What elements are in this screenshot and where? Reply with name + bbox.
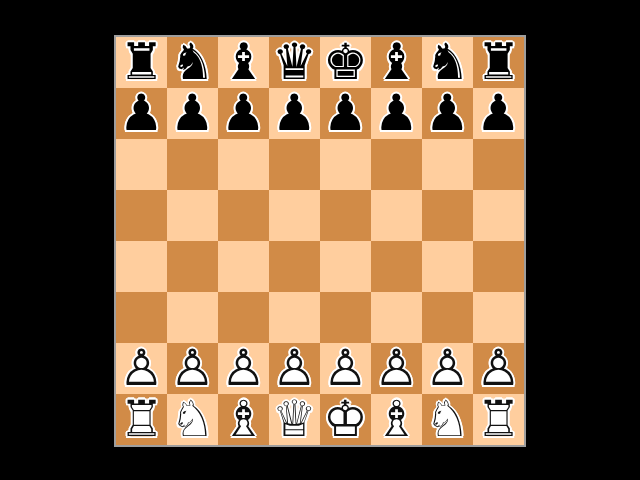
square-c6[interactable] — [218, 139, 269, 190]
square-f5[interactable] — [371, 190, 422, 241]
square-c3[interactable] — [218, 292, 269, 343]
square-g1[interactable]: ♞♘ — [422, 394, 473, 445]
black-knight[interactable]: ♞ — [167, 37, 218, 88]
square-f4[interactable] — [371, 241, 422, 292]
square-g4[interactable] — [422, 241, 473, 292]
white-rook-outline: ♖ — [116, 394, 167, 445]
white-king[interactable]: ♚♔ — [320, 394, 371, 445]
square-e5[interactable] — [320, 190, 371, 241]
white-pawn-outline: ♙ — [371, 343, 422, 394]
black-pawn-glyph: ♟ — [269, 88, 320, 139]
black-pawn-glyph: ♟ — [422, 88, 473, 139]
square-c2[interactable]: ♟♙ — [218, 343, 269, 394]
white-rook-outline: ♖ — [473, 394, 524, 445]
square-c7[interactable]: ♟ — [218, 88, 269, 139]
chess-board: ♜♞♝♛♚♝♞♜♟♟♟♟♟♟♟♟♟♙♟♙♟♙♟♙♟♙♟♙♟♙♟♙♜♖♞♘♝♗♛♕… — [114, 35, 526, 447]
black-pawn-glyph: ♟ — [371, 88, 422, 139]
white-pawn-outline: ♙ — [422, 343, 473, 394]
white-queen[interactable]: ♛♕ — [269, 394, 320, 445]
square-g2[interactable]: ♟♙ — [422, 343, 473, 394]
white-pawn[interactable]: ♟♙ — [167, 343, 218, 394]
black-bishop-glyph: ♝ — [371, 37, 422, 88]
black-pawn[interactable]: ♟ — [167, 88, 218, 139]
square-d3[interactable] — [269, 292, 320, 343]
square-c1[interactable]: ♝♗ — [218, 394, 269, 445]
square-f7[interactable]: ♟ — [371, 88, 422, 139]
black-knight[interactable]: ♞ — [422, 37, 473, 88]
square-a1[interactable]: ♜♖ — [116, 394, 167, 445]
square-b6[interactable] — [167, 139, 218, 190]
square-e8[interactable]: ♚ — [320, 37, 371, 88]
square-e7[interactable]: ♟ — [320, 88, 371, 139]
white-bishop-outline: ♗ — [371, 394, 422, 445]
black-rook-glyph: ♜ — [116, 37, 167, 88]
white-knight[interactable]: ♞♘ — [422, 394, 473, 445]
square-b8[interactable]: ♞ — [167, 37, 218, 88]
black-pawn[interactable]: ♟ — [269, 88, 320, 139]
square-h4[interactable] — [473, 241, 524, 292]
black-knight-glyph: ♞ — [167, 37, 218, 88]
square-d7[interactable]: ♟ — [269, 88, 320, 139]
white-pawn[interactable]: ♟♙ — [218, 343, 269, 394]
square-f6[interactable] — [371, 139, 422, 190]
white-king-outline: ♔ — [320, 394, 371, 445]
black-queen[interactable]: ♛ — [269, 37, 320, 88]
square-a5[interactable] — [116, 190, 167, 241]
square-g7[interactable]: ♟ — [422, 88, 473, 139]
square-h1[interactable]: ♜♖ — [473, 394, 524, 445]
square-f2[interactable]: ♟♙ — [371, 343, 422, 394]
black-knight-glyph: ♞ — [422, 37, 473, 88]
square-c4[interactable] — [218, 241, 269, 292]
app-background: ♜♞♝♛♚♝♞♜♟♟♟♟♟♟♟♟♟♙♟♙♟♙♟♙♟♙♟♙♟♙♟♙♜♖♞♘♝♗♛♕… — [0, 0, 640, 480]
square-b1[interactable]: ♞♘ — [167, 394, 218, 445]
square-e4[interactable] — [320, 241, 371, 292]
black-pawn-glyph: ♟ — [167, 88, 218, 139]
square-e6[interactable] — [320, 139, 371, 190]
white-pawn-outline: ♙ — [473, 343, 524, 394]
black-rook[interactable]: ♜ — [116, 37, 167, 88]
square-a4[interactable] — [116, 241, 167, 292]
white-pawn[interactable]: ♟♙ — [116, 343, 167, 394]
square-g6[interactable] — [422, 139, 473, 190]
black-bishop[interactable]: ♝ — [371, 37, 422, 88]
square-g3[interactable] — [422, 292, 473, 343]
black-pawn-glyph: ♟ — [473, 88, 524, 139]
square-a2[interactable]: ♟♙ — [116, 343, 167, 394]
black-bishop[interactable]: ♝ — [218, 37, 269, 88]
square-g5[interactable] — [422, 190, 473, 241]
white-pawn-outline: ♙ — [116, 343, 167, 394]
black-pawn[interactable]: ♟ — [218, 88, 269, 139]
black-pawn[interactable]: ♟ — [116, 88, 167, 139]
black-pawn-glyph: ♟ — [116, 88, 167, 139]
square-d2[interactable]: ♟♙ — [269, 343, 320, 394]
white-rook[interactable]: ♜♖ — [473, 394, 524, 445]
square-b7[interactable]: ♟ — [167, 88, 218, 139]
black-king-glyph: ♚ — [320, 37, 371, 88]
black-king[interactable]: ♚ — [320, 37, 371, 88]
black-rook-glyph: ♜ — [473, 37, 524, 88]
white-pawn[interactable]: ♟♙ — [269, 343, 320, 394]
square-e2[interactable]: ♟♙ — [320, 343, 371, 394]
square-h8[interactable]: ♜ — [473, 37, 524, 88]
square-b3[interactable] — [167, 292, 218, 343]
black-queen-glyph: ♛ — [269, 37, 320, 88]
square-h6[interactable] — [473, 139, 524, 190]
square-d1[interactable]: ♛♕ — [269, 394, 320, 445]
square-f3[interactable] — [371, 292, 422, 343]
square-b5[interactable] — [167, 190, 218, 241]
square-d8[interactable]: ♛ — [269, 37, 320, 88]
white-pawn[interactable]: ♟♙ — [371, 343, 422, 394]
square-a3[interactable] — [116, 292, 167, 343]
white-bishop[interactable]: ♝♗ — [371, 394, 422, 445]
black-pawn[interactable]: ♟ — [422, 88, 473, 139]
square-h3[interactable] — [473, 292, 524, 343]
black-pawn[interactable]: ♟ — [473, 88, 524, 139]
white-pawn-outline: ♙ — [167, 343, 218, 394]
white-pawn-outline: ♙ — [269, 343, 320, 394]
square-d5[interactable] — [269, 190, 320, 241]
white-pawn-outline: ♙ — [218, 343, 269, 394]
black-pawn-glyph: ♟ — [320, 88, 371, 139]
square-h2[interactable]: ♟♙ — [473, 343, 524, 394]
square-h7[interactable]: ♟ — [473, 88, 524, 139]
white-bishop[interactable]: ♝♗ — [218, 394, 269, 445]
black-pawn[interactable]: ♟ — [320, 88, 371, 139]
white-pawn[interactable]: ♟♙ — [422, 343, 473, 394]
white-pawn[interactable]: ♟♙ — [473, 343, 524, 394]
square-g8[interactable]: ♞ — [422, 37, 473, 88]
square-f8[interactable]: ♝ — [371, 37, 422, 88]
square-e1[interactable]: ♚♔ — [320, 394, 371, 445]
white-knight-outline: ♘ — [167, 394, 218, 445]
square-c8[interactable]: ♝ — [218, 37, 269, 88]
square-f1[interactable]: ♝♗ — [371, 394, 422, 445]
square-c5[interactable] — [218, 190, 269, 241]
white-queen-outline: ♕ — [269, 394, 320, 445]
square-a8[interactable]: ♜ — [116, 37, 167, 88]
square-e3[interactable] — [320, 292, 371, 343]
white-knight-outline: ♘ — [422, 394, 473, 445]
white-bishop-outline: ♗ — [218, 394, 269, 445]
square-b4[interactable] — [167, 241, 218, 292]
square-a6[interactable] — [116, 139, 167, 190]
white-knight[interactable]: ♞♘ — [167, 394, 218, 445]
white-pawn-outline: ♙ — [320, 343, 371, 394]
square-a7[interactable]: ♟ — [116, 88, 167, 139]
square-d6[interactable] — [269, 139, 320, 190]
square-d4[interactable] — [269, 241, 320, 292]
black-pawn[interactable]: ♟ — [371, 88, 422, 139]
square-h5[interactable] — [473, 190, 524, 241]
black-pawn-glyph: ♟ — [218, 88, 269, 139]
white-pawn[interactable]: ♟♙ — [320, 343, 371, 394]
black-bishop-glyph: ♝ — [218, 37, 269, 88]
white-rook[interactable]: ♜♖ — [116, 394, 167, 445]
black-rook[interactable]: ♜ — [473, 37, 524, 88]
square-b2[interactable]: ♟♙ — [167, 343, 218, 394]
